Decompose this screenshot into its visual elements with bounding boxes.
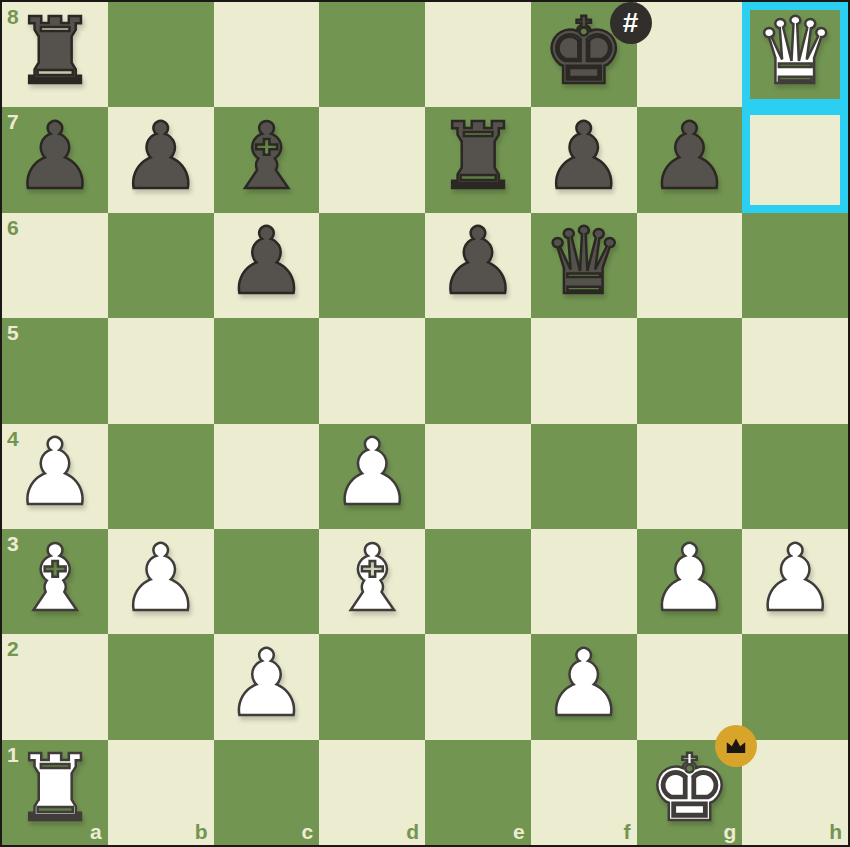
square-h1[interactable]: h (742, 740, 848, 845)
file-label-c: c (302, 821, 314, 842)
square-e3[interactable] (425, 529, 531, 634)
black-bishop-piece[interactable]: ♝ (225, 111, 307, 203)
square-f3[interactable] (531, 529, 637, 634)
black-pawn-piece[interactable]: ♟ (648, 111, 730, 203)
square-f6[interactable]: ♛ (531, 213, 637, 318)
square-d8[interactable] (319, 2, 425, 107)
square-b7[interactable]: ♟ (108, 107, 214, 212)
square-f5[interactable] (531, 318, 637, 423)
square-b5[interactable] (108, 318, 214, 423)
checkmate-symbol: # (623, 9, 639, 37)
white-rook-piece[interactable]: ♜ (14, 743, 96, 835)
square-c2[interactable]: ♟ (214, 634, 320, 739)
square-c5[interactable] (214, 318, 320, 423)
square-g3[interactable]: ♟ (637, 529, 743, 634)
white-pawn-piece[interactable]: ♟ (225, 638, 307, 730)
black-pawn-piece[interactable]: ♟ (225, 216, 307, 308)
square-h3[interactable]: ♟ (742, 529, 848, 634)
square-f7[interactable]: ♟ (531, 107, 637, 212)
square-a3[interactable]: 3♝ (2, 529, 108, 634)
square-h7[interactable] (742, 107, 848, 212)
square-d6[interactable] (319, 213, 425, 318)
square-d4[interactable]: ♟ (319, 424, 425, 529)
square-c1[interactable]: c (214, 740, 320, 845)
crown-icon (723, 735, 749, 757)
black-pawn-piece[interactable]: ♟ (542, 111, 624, 203)
square-e5[interactable] (425, 318, 531, 423)
square-b1[interactable]: b (108, 740, 214, 845)
square-a6[interactable]: 6 (2, 213, 108, 318)
square-b2[interactable] (108, 634, 214, 739)
square-g8[interactable] (637, 2, 743, 107)
square-c4[interactable] (214, 424, 320, 529)
square-h5[interactable] (742, 318, 848, 423)
square-b3[interactable]: ♟ (108, 529, 214, 634)
square-d1[interactable]: d (319, 740, 425, 845)
square-b4[interactable] (108, 424, 214, 529)
rank-label-2: 2 (7, 638, 19, 659)
square-d7[interactable] (319, 107, 425, 212)
white-bishop-piece[interactable]: ♝ (331, 533, 413, 625)
white-pawn-piece[interactable]: ♟ (119, 533, 201, 625)
square-c6[interactable]: ♟ (214, 213, 320, 318)
winner-badge (715, 725, 757, 767)
black-pawn-piece[interactable]: ♟ (437, 216, 519, 308)
square-e2[interactable] (425, 634, 531, 739)
square-b8[interactable] (108, 2, 214, 107)
square-a7[interactable]: 7♟ (2, 107, 108, 212)
white-pawn-piece[interactable]: ♟ (542, 638, 624, 730)
square-e6[interactable]: ♟ (425, 213, 531, 318)
square-e8[interactable] (425, 2, 531, 107)
square-f4[interactable] (531, 424, 637, 529)
square-h8[interactable]: ♛ (742, 2, 848, 107)
square-e7[interactable]: ♜ (425, 107, 531, 212)
square-d2[interactable] (319, 634, 425, 739)
white-pawn-piece[interactable]: ♟ (331, 427, 413, 519)
black-rook-piece[interactable]: ♜ (14, 6, 96, 98)
square-d3[interactable]: ♝ (319, 529, 425, 634)
square-b6[interactable] (108, 213, 214, 318)
square-a5[interactable]: 5 (2, 318, 108, 423)
black-queen-piece[interactable]: ♛ (542, 216, 624, 308)
square-a2[interactable]: 2 (2, 634, 108, 739)
rank-label-5: 5 (7, 322, 19, 343)
file-label-h: h (829, 821, 842, 842)
white-pawn-piece[interactable]: ♟ (648, 533, 730, 625)
square-e1[interactable]: e (425, 740, 531, 845)
square-d5[interactable] (319, 318, 425, 423)
white-pawn-piece[interactable]: ♟ (14, 427, 96, 519)
square-g7[interactable]: ♟ (637, 107, 743, 212)
square-a4[interactable]: 4♟ (2, 424, 108, 529)
black-rook-piece[interactable]: ♜ (437, 111, 519, 203)
white-pawn-piece[interactable]: ♟ (754, 533, 836, 625)
rank-label-6: 6 (7, 217, 19, 238)
chess-board: 8♜♚♛7♟♟♝♜♟♟6♟♟♛54♟♟3♝♟♝♟♟2♟♟1a♜bcdefg♚h … (0, 0, 850, 847)
square-e4[interactable] (425, 424, 531, 529)
file-label-e: e (513, 821, 525, 842)
square-g6[interactable] (637, 213, 743, 318)
black-pawn-piece[interactable]: ♟ (119, 111, 201, 203)
square-h4[interactable] (742, 424, 848, 529)
square-c7[interactable]: ♝ (214, 107, 320, 212)
white-queen-piece[interactable]: ♛ (754, 6, 836, 98)
square-g4[interactable] (637, 424, 743, 529)
square-h2[interactable] (742, 634, 848, 739)
square-f2[interactable]: ♟ (531, 634, 637, 739)
square-a8[interactable]: 8♜ (2, 2, 108, 107)
square-c8[interactable] (214, 2, 320, 107)
file-label-d: d (406, 821, 419, 842)
square-g5[interactable] (637, 318, 743, 423)
file-label-b: b (195, 821, 208, 842)
square-g2[interactable] (637, 634, 743, 739)
square-f1[interactable]: f (531, 740, 637, 845)
black-pawn-piece[interactable]: ♟ (14, 111, 96, 203)
white-bishop-piece[interactable]: ♝ (14, 533, 96, 625)
square-a1[interactable]: 1a♜ (2, 740, 108, 845)
file-label-f: f (624, 821, 631, 842)
checkmate-badge: # (610, 2, 652, 44)
square-c3[interactable] (214, 529, 320, 634)
board-grid: 8♜♚♛7♟♟♝♜♟♟6♟♟♛54♟♟3♝♟♝♟♟2♟♟1a♜bcdefg♚h (2, 2, 848, 845)
square-h6[interactable] (742, 213, 848, 318)
